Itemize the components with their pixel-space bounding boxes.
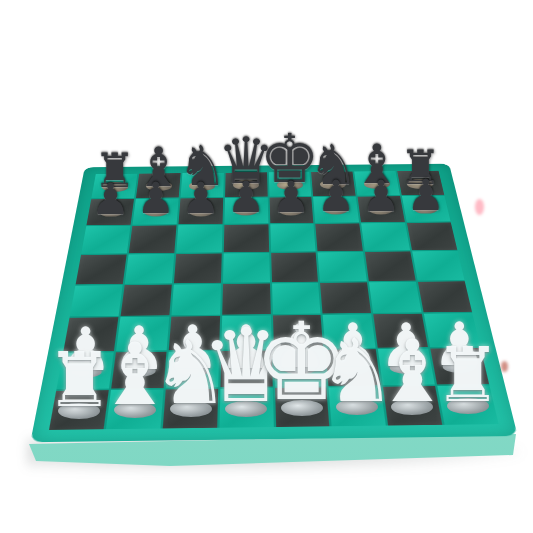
piece-black-pawn-d7[interactable]: ♟ [227, 176, 266, 219]
piece-white-rook-h1[interactable]: ♜ [434, 338, 502, 414]
piece-black-pawn-f7[interactable]: ♟ [317, 175, 356, 218]
piece-black-pawn-a7[interactable]: ♟ [91, 178, 130, 221]
pieces-layer: ♜♝♞♛♚♞♝♜♟♟♟♟♟♟♟♟♟♟♟♟♟♟♟♟♜♝♞♛♚♞♝♜ [0, 0, 533, 533]
photo-scene: ♜♝♞♛♚♞♝♜♟♟♟♟♟♟♟♟♟♟♟♟♟♟♟♟♜♝♞♛♚♞♝♜ [0, 0, 533, 533]
piece-black-pawn-b7[interactable]: ♟ [137, 177, 176, 220]
piece-black-pawn-g7[interactable]: ♟ [362, 175, 401, 218]
piece-black-pawn-h7[interactable]: ♟ [407, 174, 446, 217]
piece-black-pawn-e7[interactable]: ♟ [272, 176, 311, 219]
piece-black-pawn-c7[interactable]: ♟ [182, 177, 221, 220]
